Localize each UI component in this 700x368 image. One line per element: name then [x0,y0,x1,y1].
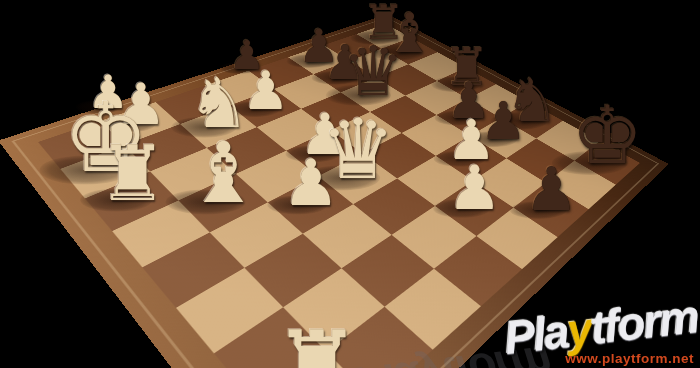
watermark-url: www.playtform.net [565,351,694,366]
screenshot-stage: ♜♝♜♞♚♟♟♛♟♟♟♟♟♛♟♟♞♟♝♟♚♜♜♟♟ Playtform Play… [0,0,700,368]
white-pawn[interactable]: ♟ [447,157,502,218]
white-rook[interactable]: ♜ [272,318,363,368]
watermark-text-tform: tform [588,290,700,354]
white-pawn[interactable]: ♟ [282,151,339,215]
black-king[interactable]: ♚ [572,95,644,175]
watermark-text-pla: Pla [501,305,570,364]
black-pawn[interactable]: ♟ [524,160,578,220]
white-rook[interactable]: ♜ [98,137,166,213]
black-queen[interactable]: ♛ [343,38,404,106]
white-bishop[interactable]: ♝ [186,131,261,215]
